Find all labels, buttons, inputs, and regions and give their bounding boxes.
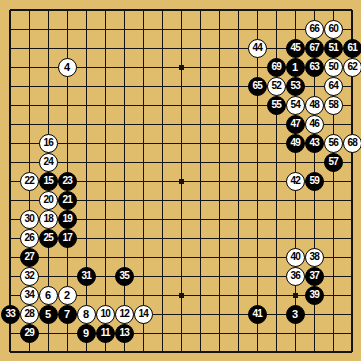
move-number: 23: [62, 176, 72, 186]
stone-white-10[interactable]: 10: [96, 305, 115, 324]
move-number: 37: [309, 271, 319, 281]
stone-white-16[interactable]: 16: [39, 134, 58, 153]
stone-black-55[interactable]: 55: [267, 96, 286, 115]
move-number: 35: [119, 271, 129, 281]
stone-white-58[interactable]: 58: [324, 96, 343, 115]
stone-white-48[interactable]: 48: [305, 96, 324, 115]
move-number: 27: [24, 252, 34, 262]
move-number: 44: [252, 43, 262, 53]
stone-white-68[interactable]: 68: [343, 134, 361, 153]
move-number: 11: [100, 328, 110, 338]
stone-black-67[interactable]: 67: [305, 39, 324, 58]
move-number: 65: [252, 81, 262, 91]
stone-white-8[interactable]: 8: [77, 305, 96, 324]
stone-white-12[interactable]: 12: [115, 305, 134, 324]
stone-white-50[interactable]: 50: [324, 58, 343, 77]
stone-white-54[interactable]: 54: [286, 96, 305, 115]
move-number: 38: [309, 252, 319, 262]
move-number: 56: [328, 138, 338, 148]
move-number: 20: [43, 195, 53, 205]
move-number: 28: [24, 309, 34, 319]
stone-black-65[interactable]: 65: [248, 77, 267, 96]
move-number: 4: [64, 62, 70, 73]
stone-black-27[interactable]: 27: [20, 248, 39, 267]
stone-white-56[interactable]: 56: [324, 134, 343, 153]
move-number: 8: [83, 309, 89, 320]
stone-black-39[interactable]: 39: [305, 286, 324, 305]
move-number: 49: [290, 138, 300, 148]
move-number: 32: [24, 271, 34, 281]
move-number: 53: [290, 81, 300, 91]
stone-white-6[interactable]: 6: [39, 286, 58, 305]
stone-black-1[interactable]: 1: [286, 58, 305, 77]
stone-black-61[interactable]: 61: [343, 39, 361, 58]
stone-black-7[interactable]: 7: [58, 305, 77, 324]
move-number: 25: [43, 233, 53, 243]
stone-white-4[interactable]: 4: [58, 58, 77, 77]
move-number: 17: [62, 233, 72, 243]
move-number: 59: [309, 176, 319, 186]
move-number: 6: [45, 290, 51, 301]
go-board[interactable]: 1234567891011121314151617181920212223242…: [0, 0, 361, 361]
stone-black-57[interactable]: 57: [324, 153, 343, 172]
move-number: 48: [309, 100, 319, 110]
stone-black-21[interactable]: 21: [58, 191, 77, 210]
stone-white-22[interactable]: 22: [20, 172, 39, 191]
move-number: 55: [271, 100, 281, 110]
stone-black-19[interactable]: 19: [58, 210, 77, 229]
move-number: 18: [43, 214, 53, 224]
move-number: 68: [347, 138, 357, 148]
stone-black-69[interactable]: 69: [267, 58, 286, 77]
move-number: 33: [5, 309, 15, 319]
stone-black-63[interactable]: 63: [305, 58, 324, 77]
move-number: 3: [292, 309, 298, 320]
stone-white-28[interactable]: 28: [20, 305, 39, 324]
stone-white-14[interactable]: 14: [134, 305, 153, 324]
stone-black-43[interactable]: 43: [305, 134, 324, 153]
stone-black-5[interactable]: 5: [39, 305, 58, 324]
move-number: 64: [328, 81, 338, 91]
stone-white-24[interactable]: 24: [39, 153, 58, 172]
move-number: 15: [43, 176, 53, 186]
move-number: 52: [271, 81, 281, 91]
stone-white-52[interactable]: 52: [267, 77, 286, 96]
move-number: 50: [328, 62, 338, 72]
move-number: 57: [328, 157, 338, 167]
move-number: 24: [43, 157, 53, 167]
stone-black-25[interactable]: 25: [39, 229, 58, 248]
move-number: 60: [328, 24, 338, 34]
stone-white-64[interactable]: 64: [324, 77, 343, 96]
move-number: 47: [290, 119, 300, 129]
stone-black-35[interactable]: 35: [115, 267, 134, 286]
stone-white-36[interactable]: 36: [286, 267, 305, 286]
stone-black-41[interactable]: 41: [248, 305, 267, 324]
stone-white-34[interactable]: 34: [20, 286, 39, 305]
move-number: 34: [24, 290, 34, 300]
move-number: 43: [309, 138, 319, 148]
stone-white-44[interactable]: 44: [248, 39, 267, 58]
move-number: 16: [43, 138, 53, 148]
stone-black-33[interactable]: 33: [1, 305, 20, 324]
move-number: 62: [347, 62, 357, 72]
move-number: 61: [347, 43, 357, 53]
stone-white-26[interactable]: 26: [20, 229, 39, 248]
move-number: 30: [24, 214, 34, 224]
move-number: 46: [309, 119, 319, 129]
stone-black-49[interactable]: 49: [286, 134, 305, 153]
move-number: 14: [138, 309, 148, 319]
move-number: 2: [64, 290, 70, 301]
stone-black-9[interactable]: 9: [77, 324, 96, 343]
stone-black-47[interactable]: 47: [286, 115, 305, 134]
stone-white-42[interactable]: 42: [286, 172, 305, 191]
move-number: 69: [271, 62, 281, 72]
stone-white-2[interactable]: 2: [58, 286, 77, 305]
move-number: 54: [290, 100, 300, 110]
move-number: 29: [24, 328, 34, 338]
stone-black-17[interactable]: 17: [58, 229, 77, 248]
stone-white-38[interactable]: 38: [305, 248, 324, 267]
move-number: 19: [62, 214, 72, 224]
stone-white-40[interactable]: 40: [286, 248, 305, 267]
stone-black-59[interactable]: 59: [305, 172, 324, 191]
move-number: 58: [328, 100, 338, 110]
stone-black-29[interactable]: 29: [20, 324, 39, 343]
stone-black-37[interactable]: 37: [305, 267, 324, 286]
move-number: 10: [100, 309, 110, 319]
move-number: 22: [24, 176, 34, 186]
move-number: 5: [45, 309, 51, 320]
move-number: 41: [252, 309, 262, 319]
stone-white-32[interactable]: 32: [20, 267, 39, 286]
move-number: 12: [119, 309, 129, 319]
stone-white-30[interactable]: 30: [20, 210, 39, 229]
move-number: 1: [292, 62, 298, 73]
move-number: 42: [290, 176, 300, 186]
stone-black-13[interactable]: 13: [115, 324, 134, 343]
move-number: 51: [328, 43, 338, 53]
stone-black-23[interactable]: 23: [58, 172, 77, 191]
stones-layer: 1234567891011121314151617181920212223242…: [1, 1, 361, 361]
stone-white-66[interactable]: 66: [305, 20, 324, 39]
move-number: 21: [62, 195, 72, 205]
move-number: 67: [309, 43, 319, 53]
move-number: 36: [290, 271, 300, 281]
stone-black-15[interactable]: 15: [39, 172, 58, 191]
stone-black-45[interactable]: 45: [286, 39, 305, 58]
move-number: 63: [309, 62, 319, 72]
move-number: 45: [290, 43, 300, 53]
stone-white-20[interactable]: 20: [39, 191, 58, 210]
move-number: 31: [81, 271, 91, 281]
move-number: 40: [290, 252, 300, 262]
move-number: 39: [309, 290, 319, 300]
stone-black-31[interactable]: 31: [77, 267, 96, 286]
move-number: 13: [119, 328, 129, 338]
stone-black-11[interactable]: 11: [96, 324, 115, 343]
move-number: 66: [309, 24, 319, 34]
stone-white-18[interactable]: 18: [39, 210, 58, 229]
move-number: 7: [64, 309, 70, 320]
move-number: 26: [24, 233, 34, 243]
stone-white-62[interactable]: 62: [343, 58, 361, 77]
stone-black-3[interactable]: 3: [286, 305, 305, 324]
stone-white-46[interactable]: 46: [305, 115, 324, 134]
move-number: 9: [83, 328, 89, 339]
stone-black-53[interactable]: 53: [286, 77, 305, 96]
stone-white-60[interactable]: 60: [324, 20, 343, 39]
stone-black-51[interactable]: 51: [324, 39, 343, 58]
